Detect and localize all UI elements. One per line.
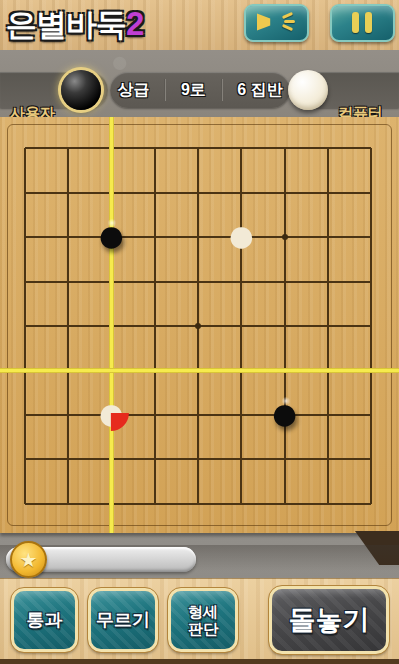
board-cell[interactable] <box>3 259 46 303</box>
board-cell[interactable] <box>133 259 176 303</box>
board-cell[interactable] <box>220 304 263 348</box>
board-zone: ●●●● ★ <box>0 117 399 578</box>
board-cell[interactable] <box>46 215 89 259</box>
board-cell[interactable] <box>176 304 219 348</box>
board-cell[interactable] <box>133 170 176 214</box>
board-cell[interactable] <box>46 482 89 526</box>
board-cell[interactable] <box>133 215 176 259</box>
board-cell[interactable] <box>3 393 46 437</box>
undo-button[interactable]: 무르기 <box>88 588 158 652</box>
board-cell[interactable] <box>306 170 349 214</box>
sound-wave-icon <box>282 24 293 31</box>
board-cell[interactable] <box>350 215 393 259</box>
pass-button[interactable]: 통과 <box>11 588 78 652</box>
board-size-label: 9로 <box>181 80 206 101</box>
board-cell[interactable]: ● <box>263 393 306 437</box>
star-point <box>282 412 288 418</box>
board-cell[interactable] <box>263 259 306 303</box>
estimate-button-label-1: 형세 <box>188 603 218 620</box>
board-cell[interactable] <box>133 126 176 170</box>
board-cell[interactable] <box>350 170 393 214</box>
board-cell[interactable] <box>263 304 306 348</box>
board-cell[interactable] <box>220 437 263 481</box>
board-cell[interactable] <box>176 259 219 303</box>
board-cell[interactable] <box>263 126 306 170</box>
board-cell[interactable] <box>46 304 89 348</box>
app-title-main: 은별바둑 <box>6 7 126 42</box>
board-cell[interactable] <box>350 126 393 170</box>
pause-icon <box>332 6 393 40</box>
board-cell[interactable] <box>220 393 263 437</box>
info-bar: 사용자 + 000 상급 9로 6 집반 컴퓨터 + 000 <box>0 50 399 117</box>
sound-wave-icon <box>284 20 295 23</box>
board-cell[interactable] <box>3 215 46 259</box>
app-title: 은별바둑2 <box>6 4 143 46</box>
board-cell[interactable] <box>3 482 46 526</box>
star-point <box>195 323 201 329</box>
cursor-vertical-line <box>109 117 114 533</box>
sound-button[interactable] <box>244 4 309 42</box>
cursor-horizontal-line <box>0 368 399 373</box>
board-cell[interactable] <box>133 437 176 481</box>
board-cell[interactable] <box>220 259 263 303</box>
level-label: 상급 <box>117 80 149 101</box>
board-cell[interactable] <box>46 126 89 170</box>
board-cell[interactable] <box>306 215 349 259</box>
sound-wave-icon <box>282 12 293 19</box>
board-cell[interactable] <box>263 215 306 259</box>
board-cell[interactable] <box>306 304 349 348</box>
board-cell[interactable] <box>46 170 89 214</box>
app-title-suffix: 2 <box>126 5 143 42</box>
coin-icon: ★ <box>10 541 47 578</box>
board-cell[interactable] <box>3 437 46 481</box>
board-cell[interactable] <box>176 437 219 481</box>
board-cell[interactable] <box>306 437 349 481</box>
speaker-icon <box>257 12 281 32</box>
board-cell[interactable] <box>133 393 176 437</box>
go-board[interactable]: ●●●● <box>0 117 399 533</box>
app-root: 은별바둑2 사용자 + 000 상급 9로 6 집반 컴퓨터 + 000 <box>0 0 399 664</box>
board-cell[interactable] <box>46 393 89 437</box>
board-cell[interactable] <box>220 170 263 214</box>
board-cell[interactable] <box>350 259 393 303</box>
board-cell[interactable] <box>220 126 263 170</box>
board-cell[interactable] <box>176 215 219 259</box>
board-cell[interactable] <box>350 437 393 481</box>
board-cell[interactable] <box>263 170 306 214</box>
pass-button-label: 통과 <box>27 608 63 632</box>
star-point <box>282 234 288 240</box>
board-cell[interactable] <box>306 259 349 303</box>
computer-white-stone-avatar <box>288 70 328 110</box>
board-cell[interactable]: ● <box>220 215 263 259</box>
board-cell[interactable] <box>133 304 176 348</box>
place-stone-button[interactable]: 돌놓기 <box>269 586 389 654</box>
board-cell[interactable] <box>3 126 46 170</box>
board-cell[interactable] <box>46 259 89 303</box>
divider <box>221 79 223 101</box>
board-cell[interactable] <box>220 482 263 526</box>
board-cell[interactable] <box>133 482 176 526</box>
board-cell[interactable] <box>176 170 219 214</box>
divider <box>164 79 166 101</box>
estimate-button-label-2: 판단 <box>188 620 218 637</box>
board-cell[interactable] <box>46 437 89 481</box>
board-cell[interactable] <box>176 482 219 526</box>
board-cell[interactable] <box>306 482 349 526</box>
board-cell[interactable] <box>176 393 219 437</box>
board-cell[interactable] <box>176 126 219 170</box>
match-info-pill: 상급 9로 6 집반 <box>110 72 290 108</box>
user-black-stone-avatar <box>61 70 101 110</box>
estimate-button[interactable]: 형세 판단 <box>168 588 238 652</box>
board-cell[interactable] <box>3 304 46 348</box>
top-bar: 은별바둑2 <box>0 0 399 50</box>
board-cell[interactable] <box>350 304 393 348</box>
pause-button[interactable] <box>330 4 395 42</box>
goban-grid[interactable]: ●●●● <box>3 126 393 526</box>
komi-label: 6 집반 <box>237 80 282 101</box>
board-cell[interactable] <box>263 437 306 481</box>
board-cell[interactable] <box>306 393 349 437</box>
board-cell[interactable] <box>306 126 349 170</box>
star-icon: ★ <box>20 548 38 572</box>
board-cell[interactable] <box>350 482 393 526</box>
bottom-bar: 통과 무르기 형세 판단 돌놓기 <box>0 578 399 664</box>
undo-button-label: 무르기 <box>96 608 150 632</box>
board-cell[interactable] <box>350 393 393 437</box>
board-cell[interactable] <box>3 170 46 214</box>
place-stone-button-label: 돌놓기 <box>289 602 370 638</box>
board-cell[interactable] <box>263 482 306 526</box>
